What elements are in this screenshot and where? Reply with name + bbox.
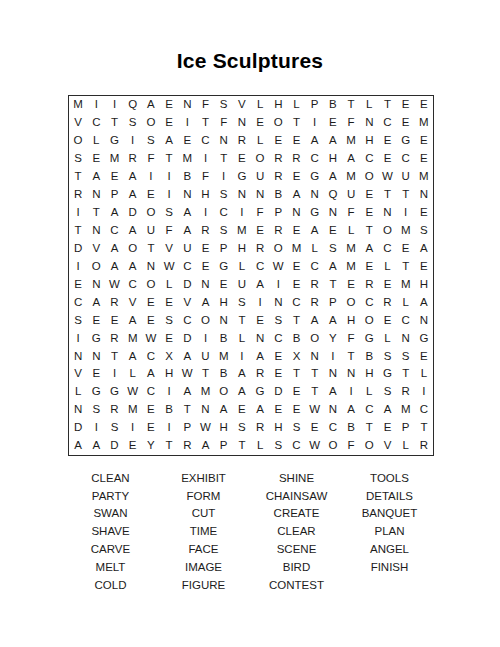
grid-cell[interactable]: A [124,168,142,186]
grid-cell[interactable]: T [306,365,324,383]
grid-cell[interactable]: W [378,168,396,186]
grid-cell[interactable]: A [324,258,342,276]
grid-cell[interactable]: D [69,419,87,437]
grid-cell[interactable]: A [324,311,342,329]
grid-cell[interactable]: R [251,419,269,437]
grid-cell[interactable]: T [287,114,305,132]
grid-cell[interactable]: I [215,168,233,186]
grid-cell[interactable]: P [105,186,123,204]
grid-cell[interactable]: M [342,240,360,258]
grid-cell[interactable]: H [160,365,178,383]
grid-cell[interactable]: A [342,401,360,419]
grid-cell[interactable]: V [160,240,178,258]
grid-cell[interactable]: R [269,168,287,186]
grid-cell[interactable]: R [196,222,214,240]
grid-cell[interactable]: I [69,204,87,222]
grid-cell[interactable]: E [324,222,342,240]
grid-cell[interactable]: R [69,186,87,204]
grid-cell[interactable]: W [306,437,324,455]
grid-cell[interactable]: I [251,293,269,311]
grid-cell[interactable]: R [251,240,269,258]
grid-cell[interactable]: C [142,383,160,401]
grid-cell[interactable]: C [397,311,415,329]
grid-cell[interactable]: A [87,437,105,455]
grid-cell[interactable]: U [397,168,415,186]
grid-cell[interactable]: N [342,365,360,383]
grid-cell[interactable]: I [87,419,105,437]
grid-cell[interactable]: C [360,401,378,419]
grid-cell[interactable]: R [105,401,123,419]
grid-cell[interactable]: I [233,347,251,365]
grid-cell[interactable]: E [105,168,123,186]
grid-cell[interactable]: R [415,437,433,455]
grid-cell[interactable]: L [360,383,378,401]
grid-cell[interactable]: O [324,437,342,455]
grid-cell[interactable]: S [324,240,342,258]
grid-cell[interactable]: I [160,383,178,401]
grid-cell[interactable]: T [233,437,251,455]
grid-cell[interactable]: S [69,311,87,329]
grid-cell[interactable]: T [196,114,214,132]
grid-cell[interactable]: E [251,222,269,240]
grid-cell[interactable]: N [251,329,269,347]
grid-cell[interactable]: M [397,222,415,240]
grid-cell[interactable]: S [124,114,142,132]
grid-cell[interactable]: E [196,240,214,258]
grid-cell[interactable]: A [251,276,269,294]
grid-cell[interactable]: M [415,168,433,186]
grid-cell[interactable]: M [215,347,233,365]
grid-cell[interactable]: P [215,437,233,455]
grid-cell[interactable]: B [287,329,305,347]
grid-cell[interactable]: L [233,329,251,347]
grid-cell[interactable]: B [269,186,287,204]
grid-cell[interactable]: E [196,258,214,276]
grid-cell[interactable]: H [269,96,287,114]
grid-cell[interactable]: C [287,293,305,311]
grid-cell[interactable]: R [105,293,123,311]
grid-cell[interactable]: O [360,311,378,329]
grid-cell[interactable]: G [378,365,396,383]
grid-cell[interactable]: S [160,204,178,222]
grid-cell[interactable]: C [360,150,378,168]
grid-cell[interactable]: D [269,383,287,401]
grid-cell[interactable]: L [124,365,142,383]
grid-cell[interactable]: A [306,222,324,240]
grid-cell[interactable]: A [105,258,123,276]
grid-cell[interactable]: T [324,276,342,294]
grid-cell[interactable]: I [269,276,287,294]
grid-cell[interactable]: Q [324,186,342,204]
grid-cell[interactable]: H [215,293,233,311]
grid-cell[interactable]: E [287,132,305,150]
grid-cell[interactable]: W [105,276,123,294]
grid-cell[interactable]: A [178,222,196,240]
grid-cell[interactable]: O [269,240,287,258]
grid-cell[interactable]: L [397,437,415,455]
grid-cell[interactable]: N [233,186,251,204]
grid-cell[interactable]: E [378,419,396,437]
grid-cell[interactable]: R [306,293,324,311]
grid-cell[interactable]: E [87,150,105,168]
grid-cell[interactable]: A [124,347,142,365]
grid-cell[interactable]: E [269,401,287,419]
grid-cell[interactable]: N [251,186,269,204]
grid-cell[interactable]: G [415,329,433,347]
grid-cell[interactable]: N [178,186,196,204]
grid-cell[interactable]: S [287,419,305,437]
grid-cell[interactable]: L [378,258,396,276]
grid-cell[interactable]: M [124,329,142,347]
grid-cell[interactable]: R [397,383,415,401]
grid-cell[interactable]: N [178,96,196,114]
grid-cell[interactable]: E [142,186,160,204]
grid-cell[interactable]: M [397,276,415,294]
grid-cell[interactable]: P [397,419,415,437]
grid-cell[interactable]: E [415,132,433,150]
grid-cell[interactable]: T [306,383,324,401]
grid-cell[interactable]: M [233,222,251,240]
grid-cell[interactable]: A [306,311,324,329]
grid-cell[interactable]: L [87,132,105,150]
grid-cell[interactable]: R [269,150,287,168]
grid-cell[interactable]: T [287,311,305,329]
grid-cell[interactable]: I [105,96,123,114]
grid-cell[interactable]: H [360,132,378,150]
grid-cell[interactable]: L [251,437,269,455]
grid-cell[interactable]: G [105,383,123,401]
grid-cell[interactable]: F [251,204,269,222]
grid-cell[interactable]: A [215,401,233,419]
grid-cell[interactable]: L [415,365,433,383]
grid-cell[interactable]: O [360,168,378,186]
grid-cell[interactable]: D [178,276,196,294]
grid-cell[interactable]: C [397,150,415,168]
grid-cell[interactable]: O [251,150,269,168]
grid-cell[interactable]: L [342,222,360,240]
grid-cell[interactable]: G [360,329,378,347]
grid-cell[interactable]: M [124,401,142,419]
grid-cell[interactable]: S [105,419,123,437]
grid-cell[interactable]: E [415,258,433,276]
grid-cell[interactable]: I [196,204,214,222]
grid-cell[interactable]: X [287,347,305,365]
grid-cell[interactable]: E [287,168,305,186]
grid-cell[interactable]: D [69,240,87,258]
grid-cell[interactable]: N [324,401,342,419]
grid-cell[interactable]: C [124,276,142,294]
grid-cell[interactable]: E [397,240,415,258]
grid-cell[interactable]: E [160,96,178,114]
grid-cell[interactable]: C [287,437,305,455]
grid-cell[interactable]: I [306,114,324,132]
grid-cell[interactable]: E [378,311,396,329]
grid-cell[interactable]: R [306,276,324,294]
grid-cell[interactable]: E [360,186,378,204]
grid-cell[interactable]: F [342,437,360,455]
grid-cell[interactable]: E [251,311,269,329]
grid-cell[interactable]: N [87,186,105,204]
grid-cell[interactable]: I [105,365,123,383]
grid-cell[interactable]: B [360,347,378,365]
grid-cell[interactable]: T [397,365,415,383]
grid-cell[interactable]: I [69,258,87,276]
grid-cell[interactable]: S [233,293,251,311]
grid-cell[interactable]: S [378,347,396,365]
grid-cell[interactable]: A [105,240,123,258]
grid-cell[interactable]: N [269,293,287,311]
grid-cell[interactable]: C [378,240,396,258]
grid-cell[interactable]: S [215,222,233,240]
grid-cell[interactable]: A [378,401,396,419]
grid-cell[interactable]: A [124,258,142,276]
grid-cell[interactable]: R [269,222,287,240]
grid-cell[interactable]: T [215,150,233,168]
grid-cell[interactable]: A [233,365,251,383]
grid-cell[interactable]: L [251,132,269,150]
grid-cell[interactable]: C [306,150,324,168]
grid-cell[interactable]: E [378,132,396,150]
grid-cell[interactable]: R [105,329,123,347]
grid-cell[interactable]: N [69,347,87,365]
grid-cell[interactable]: U [251,168,269,186]
grid-cell[interactable]: F [196,168,214,186]
grid-cell[interactable]: A [178,347,196,365]
grid-cell[interactable]: H [360,365,378,383]
grid-cell[interactable]: T [342,347,360,365]
grid-cell[interactable]: I [196,329,214,347]
grid-cell[interactable]: T [360,222,378,240]
grid-cell[interactable]: M [342,168,360,186]
grid-cell[interactable]: D [124,204,142,222]
grid-cell[interactable]: I [160,419,178,437]
grid-cell[interactable]: T [160,150,178,168]
grid-cell[interactable]: A [178,383,196,401]
grid-cell[interactable]: T [105,114,123,132]
grid-cell[interactable]: T [415,419,433,437]
grid-cell[interactable]: N [87,276,105,294]
grid-cell[interactable]: C [196,132,214,150]
grid-cell[interactable]: S [87,401,105,419]
grid-cell[interactable]: G [233,168,251,186]
grid-cell[interactable]: E [415,150,433,168]
grid-cell[interactable]: P [269,204,287,222]
grid-cell[interactable]: U [142,222,160,240]
grid-cell[interactable]: R [251,365,269,383]
grid-cell[interactable]: A [196,437,214,455]
grid-cell[interactable]: T [287,365,305,383]
grid-cell[interactable]: E [251,114,269,132]
grid-cell[interactable]: A [196,293,214,311]
grid-cell[interactable]: S [269,437,287,455]
grid-cell[interactable]: E [360,258,378,276]
grid-cell[interactable]: A [415,240,433,258]
grid-cell[interactable]: O [87,258,105,276]
grid-cell[interactable]: T [233,311,251,329]
grid-cell[interactable]: E [124,437,142,455]
grid-cell[interactable]: N [69,401,87,419]
grid-cell[interactable]: B [342,419,360,437]
grid-cell[interactable]: E [360,204,378,222]
grid-cell[interactable]: B [324,96,342,114]
grid-cell[interactable]: I [142,168,160,186]
grid-cell[interactable]: A [324,383,342,401]
grid-cell[interactable]: E [105,311,123,329]
grid-cell[interactable]: E [287,401,305,419]
grid-cell[interactable]: V [124,293,142,311]
grid-cell[interactable]: S [378,383,396,401]
grid-cell[interactable]: W [196,419,214,437]
grid-cell[interactable]: E [342,276,360,294]
grid-cell[interactable]: A [251,401,269,419]
grid-cell[interactable]: C [215,204,233,222]
grid-cell[interactable]: Y [324,329,342,347]
grid-cell[interactable]: A [69,437,87,455]
grid-cell[interactable]: I [324,347,342,365]
grid-cell[interactable]: B [178,168,196,186]
grid-cell[interactable]: W [160,258,178,276]
grid-cell[interactable]: E [306,419,324,437]
grid-cell[interactable]: M [105,150,123,168]
grid-cell[interactable]: A [324,132,342,150]
grid-cell[interactable]: O [142,204,160,222]
grid-cell[interactable]: E [415,347,433,365]
grid-cell[interactable]: N [87,222,105,240]
grid-cell[interactable]: F [196,96,214,114]
grid-cell[interactable]: H [196,186,214,204]
grid-cell[interactable]: T [196,365,214,383]
grid-cell[interactable]: G [397,132,415,150]
grid-cell[interactable]: L [360,96,378,114]
grid-cell[interactable]: O [306,329,324,347]
grid-cell[interactable]: A [178,204,196,222]
grid-cell[interactable]: B [160,401,178,419]
grid-cell[interactable]: O [69,132,87,150]
grid-cell[interactable]: E [215,276,233,294]
grid-cell[interactable]: T [178,401,196,419]
grid-cell[interactable]: H [342,311,360,329]
grid-cell[interactable]: L [378,329,396,347]
grid-cell[interactable]: I [196,150,214,168]
grid-cell[interactable]: A [124,222,142,240]
grid-cell[interactable]: W [269,258,287,276]
grid-cell[interactable]: N [397,329,415,347]
grid-cell[interactable]: T [160,437,178,455]
grid-cell[interactable]: E [142,419,160,437]
grid-cell[interactable]: E [269,347,287,365]
grid-cell[interactable]: O [342,293,360,311]
grid-cell[interactable]: R [378,293,396,311]
grid-cell[interactable]: F [342,114,360,132]
grid-cell[interactable]: E [378,276,396,294]
grid-cell[interactable]: N [306,186,324,204]
grid-cell[interactable]: L [160,276,178,294]
grid-cell[interactable]: E [233,401,251,419]
grid-cell[interactable]: A [251,347,269,365]
grid-cell[interactable]: W [178,365,196,383]
grid-cell[interactable]: E [160,329,178,347]
grid-cell[interactable]: E [378,150,396,168]
grid-cell[interactable]: C [269,329,287,347]
grid-cell[interactable]: C [178,258,196,276]
grid-cell[interactable]: G [306,204,324,222]
grid-cell[interactable]: L [69,383,87,401]
grid-cell[interactable]: V [233,96,251,114]
grid-cell[interactable]: O [215,383,233,401]
grid-cell[interactable]: H [215,419,233,437]
grid-cell[interactable]: A [342,150,360,168]
grid-cell[interactable]: N [215,132,233,150]
grid-cell[interactable]: M [287,240,305,258]
grid-cell[interactable]: T [360,419,378,437]
grid-cell[interactable]: M [69,96,87,114]
grid-cell[interactable]: A [324,168,342,186]
grid-cell[interactable]: L [306,240,324,258]
grid-cell[interactable]: I [69,329,87,347]
grid-cell[interactable]: E [415,204,433,222]
grid-cell[interactable]: R [287,150,305,168]
grid-cell[interactable]: I [87,96,105,114]
grid-cell[interactable]: L [287,96,305,114]
grid-cell[interactable]: I [397,204,415,222]
grid-cell[interactable]: O [142,114,160,132]
grid-cell[interactable]: F [160,222,178,240]
grid-cell[interactable]: I [342,383,360,401]
grid-cell[interactable]: W [142,329,160,347]
grid-cell[interactable]: N [378,204,396,222]
grid-cell[interactable]: N [233,114,251,132]
grid-cell[interactable]: E [324,114,342,132]
grid-cell[interactable]: N [415,311,433,329]
grid-cell[interactable]: P [306,96,324,114]
grid-cell[interactable]: L [397,293,415,311]
grid-cell[interactable]: R [124,150,142,168]
grid-cell[interactable]: I [160,186,178,204]
grid-cell[interactable]: M [196,383,214,401]
grid-cell[interactable]: C [69,293,87,311]
grid-cell[interactable]: E [160,114,178,132]
grid-cell[interactable]: V [87,240,105,258]
grid-cell[interactable]: H [233,240,251,258]
grid-cell[interactable]: C [142,347,160,365]
grid-cell[interactable]: P [324,293,342,311]
grid-cell[interactable]: E [142,401,160,419]
grid-cell[interactable]: G [215,258,233,276]
grid-cell[interactable]: E [397,114,415,132]
grid-cell[interactable]: A [160,132,178,150]
grid-cell[interactable]: T [397,186,415,204]
grid-cell[interactable]: G [306,168,324,186]
grid-cell[interactable]: N [142,258,160,276]
grid-cell[interactable]: E [269,132,287,150]
grid-cell[interactable]: S [233,419,251,437]
grid-cell[interactable]: A [360,240,378,258]
grid-cell[interactable]: O [360,437,378,455]
grid-cell[interactable]: I [415,383,433,401]
grid-cell[interactable]: D [178,329,196,347]
grid-cell[interactable]: C [360,293,378,311]
grid-cell[interactable]: L [251,96,269,114]
grid-cell[interactable]: E [287,383,305,401]
grid-cell[interactable]: U [342,186,360,204]
grid-cell[interactable]: N [360,114,378,132]
grid-cell[interactable]: E [69,276,87,294]
grid-cell[interactable]: E [415,96,433,114]
grid-cell[interactable]: E [287,276,305,294]
grid-cell[interactable]: F [342,329,360,347]
grid-cell[interactable]: G [87,383,105,401]
grid-cell[interactable]: M [397,401,415,419]
